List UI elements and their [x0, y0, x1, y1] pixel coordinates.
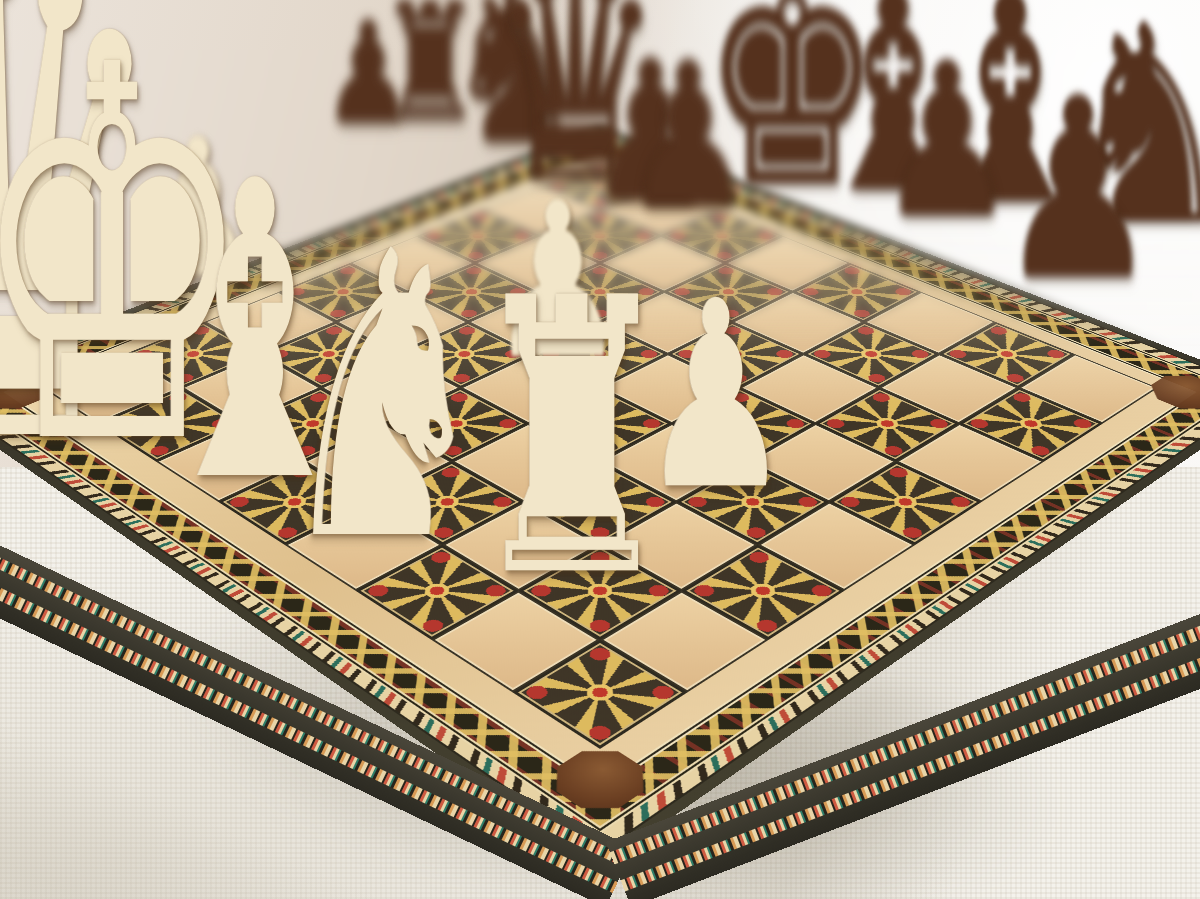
- corner-octagon-inlay: [538, 740, 661, 821]
- photo-scene: ♛♚♟♝♞♟♜♟♟♜♞♛♟♟♚♝♟♝♟♞: [0, 0, 1200, 899]
